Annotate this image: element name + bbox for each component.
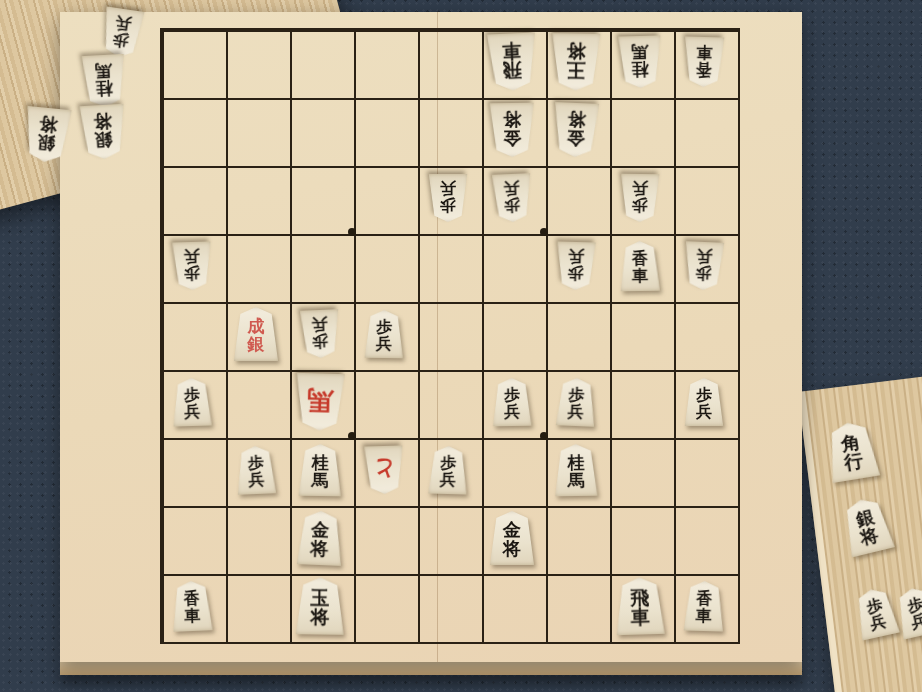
piece-kanji-歩兵: 歩兵 bbox=[684, 378, 724, 426]
piece-gote-tokin[interactable]: と bbox=[363, 445, 404, 494]
piece-kanji-歩兵: 歩兵 bbox=[555, 377, 597, 427]
piece-sente-lance[interactable]: 香車 bbox=[619, 241, 661, 292]
piece-kanji-歩兵: 歩兵 bbox=[99, 6, 146, 59]
piece-kanji-歩兵: 歩兵 bbox=[555, 241, 596, 290]
piece-kanji-馬: 馬 bbox=[294, 373, 346, 431]
piece-kanji-歩兵: 歩兵 bbox=[620, 174, 661, 223]
piece-sente-pawn[interactable]: 歩兵 bbox=[364, 310, 405, 359]
piece-kanji-桂馬: 桂馬 bbox=[554, 444, 599, 497]
piece-kanji-歩兵: 歩兵 bbox=[171, 377, 212, 426]
piece-kanji-香車: 香車 bbox=[683, 580, 725, 631]
piece-gote-hand-silver[interactable]: 銀将 bbox=[21, 106, 72, 164]
piece-gote-king[interactable]: 王将 bbox=[551, 33, 602, 91]
piece-gote-hand-knight[interactable]: 桂馬 bbox=[81, 54, 128, 108]
piece-gote-pawn[interactable]: 歩兵 bbox=[491, 173, 533, 223]
piece-sente-gold[interactable]: 金将 bbox=[489, 511, 535, 565]
piece-gote-pawn[interactable]: 歩兵 bbox=[299, 309, 341, 359]
piece-kanji-飛車: 飛車 bbox=[486, 32, 538, 91]
piece-gote-hand-silver[interactable]: 銀将 bbox=[79, 104, 128, 160]
star-point bbox=[348, 432, 356, 440]
piece-sente-pawn[interactable]: 歩兵 bbox=[427, 445, 468, 494]
piece-gote-pawn[interactable]: 歩兵 bbox=[171, 241, 212, 290]
piece-kanji-歩兵: 歩兵 bbox=[235, 445, 277, 495]
piece-sente-pawn[interactable]: 歩兵 bbox=[171, 377, 212, 426]
piece-kanji-歩兵: 歩兵 bbox=[492, 378, 533, 427]
piece-kanji-銀将: 銀将 bbox=[79, 104, 128, 160]
piece-kanji-金将: 金将 bbox=[296, 510, 344, 566]
piece-gote-pawn[interactable]: 歩兵 bbox=[683, 241, 725, 291]
piece-sente-knight[interactable]: 桂馬 bbox=[298, 444, 343, 497]
piece-sente-gold[interactable]: 金将 bbox=[296, 510, 344, 566]
piece-kanji-香車: 香車 bbox=[619, 241, 661, 292]
piece-gote-pawn[interactable]: 歩兵 bbox=[620, 174, 661, 223]
piece-kanji-歩兵: 歩兵 bbox=[427, 445, 468, 494]
shogi-board-side-face bbox=[60, 662, 802, 675]
piece-sente-lance[interactable]: 香車 bbox=[170, 580, 213, 632]
piece-kanji-桂馬: 桂馬 bbox=[617, 35, 662, 88]
piece-kanji-歩兵: 歩兵 bbox=[428, 174, 468, 222]
piece-kanji-桂馬: 桂馬 bbox=[81, 54, 128, 108]
piece-sente-psilver[interactable]: 成銀 bbox=[233, 307, 279, 361]
piece-gote-pawn[interactable]: 歩兵 bbox=[555, 241, 596, 290]
piece-kanji-金将: 金将 bbox=[552, 102, 600, 158]
piece-kanji-角行: 角行 bbox=[823, 419, 881, 483]
piece-sente-pawn[interactable]: 歩兵 bbox=[235, 445, 277, 495]
piece-kanji-香車: 香車 bbox=[170, 580, 213, 632]
star-point bbox=[540, 432, 548, 440]
piece-gote-horse[interactable]: 馬 bbox=[294, 373, 346, 431]
piece-kanji-と金: と bbox=[363, 445, 404, 494]
piece-gote-gold[interactable]: 金将 bbox=[489, 103, 536, 158]
piece-sente-pawn[interactable]: 歩兵 bbox=[555, 377, 597, 427]
piece-kanji-王将: 王将 bbox=[551, 33, 602, 91]
piece-kanji-金将: 金将 bbox=[489, 511, 535, 565]
piece-gote-gold[interactable]: 金将 bbox=[552, 102, 600, 158]
piece-kanji-歩兵: 歩兵 bbox=[491, 173, 533, 223]
piece-sente-pawn[interactable]: 歩兵 bbox=[492, 378, 533, 427]
piece-sente-rook[interactable]: 飛車 bbox=[614, 577, 666, 635]
piece-kanji-歩兵: 歩兵 bbox=[364, 310, 405, 359]
piece-kanji-歩兵: 歩兵 bbox=[299, 309, 341, 359]
star-point bbox=[540, 228, 548, 236]
piece-gote-lance[interactable]: 香車 bbox=[683, 36, 725, 87]
piece-kanji-金将: 金将 bbox=[489, 103, 536, 158]
piece-kanji-歩兵: 歩兵 bbox=[171, 241, 212, 290]
piece-kanji-歩兵: 歩兵 bbox=[683, 241, 725, 291]
piece-sente-hand-bishop[interactable]: 角行 bbox=[823, 419, 881, 483]
piece-gote-knight[interactable]: 桂馬 bbox=[617, 35, 662, 88]
piece-gote-rook[interactable]: 飛車 bbox=[486, 32, 538, 91]
piece-kanji-飛車: 飛車 bbox=[614, 577, 666, 635]
piece-kanji-銀将: 銀将 bbox=[21, 106, 72, 164]
piece-sente-knight[interactable]: 桂馬 bbox=[554, 444, 599, 497]
piece-kanji-成銀: 成銀 bbox=[233, 307, 279, 361]
piece-kanji-桂馬: 桂馬 bbox=[298, 444, 343, 497]
piece-sente-pawn[interactable]: 歩兵 bbox=[684, 378, 724, 426]
piece-kanji-香車: 香車 bbox=[683, 36, 725, 87]
star-point bbox=[348, 228, 356, 236]
piece-kanji-玉将: 玉将 bbox=[295, 577, 346, 635]
piece-gote-hand-pawn[interactable]: 歩兵 bbox=[99, 6, 146, 59]
piece-sente-lance[interactable]: 香車 bbox=[683, 580, 725, 631]
piece-sente-king[interactable]: 玉将 bbox=[295, 577, 346, 635]
piece-gote-pawn[interactable]: 歩兵 bbox=[428, 174, 468, 222]
shogi-photo-scene: 飛車王将桂馬香車金将金将歩兵歩兵歩兵歩兵歩兵香車歩兵成銀歩兵歩兵歩兵馬歩兵歩兵歩… bbox=[0, 0, 922, 692]
